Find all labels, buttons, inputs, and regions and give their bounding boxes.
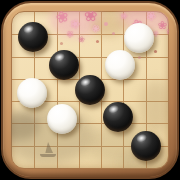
board-cell[interactable] xyxy=(123,79,145,101)
black-stone xyxy=(49,50,79,80)
board-cell[interactable] xyxy=(57,12,79,34)
board-cell[interactable] xyxy=(34,146,56,168)
board-cell[interactable] xyxy=(146,101,168,123)
board-cell[interactable] xyxy=(79,123,101,145)
board-cell[interactable] xyxy=(12,123,34,145)
board-cell[interactable] xyxy=(12,146,34,168)
black-stone xyxy=(18,22,48,52)
board-cell[interactable] xyxy=(79,12,101,34)
board-cell[interactable] xyxy=(101,146,123,168)
board-cell[interactable] xyxy=(146,57,168,79)
black-stone xyxy=(131,131,161,161)
board-cell[interactable] xyxy=(12,57,34,79)
white-stone xyxy=(105,50,135,80)
white-stone xyxy=(124,23,154,53)
board-cell[interactable] xyxy=(146,79,168,101)
black-stone xyxy=(75,75,105,105)
board-cell[interactable] xyxy=(79,146,101,168)
white-stone xyxy=(17,78,47,108)
board-cell[interactable] xyxy=(101,12,123,34)
board-cell[interactable] xyxy=(57,146,79,168)
black-stone xyxy=(103,102,133,132)
white-stone xyxy=(47,104,77,134)
board-cell[interactable] xyxy=(79,34,101,56)
gomoku-app-icon[interactable]: ❀❀❀❀❀❀❀❀❀❀❀❀❀ xyxy=(0,0,180,180)
